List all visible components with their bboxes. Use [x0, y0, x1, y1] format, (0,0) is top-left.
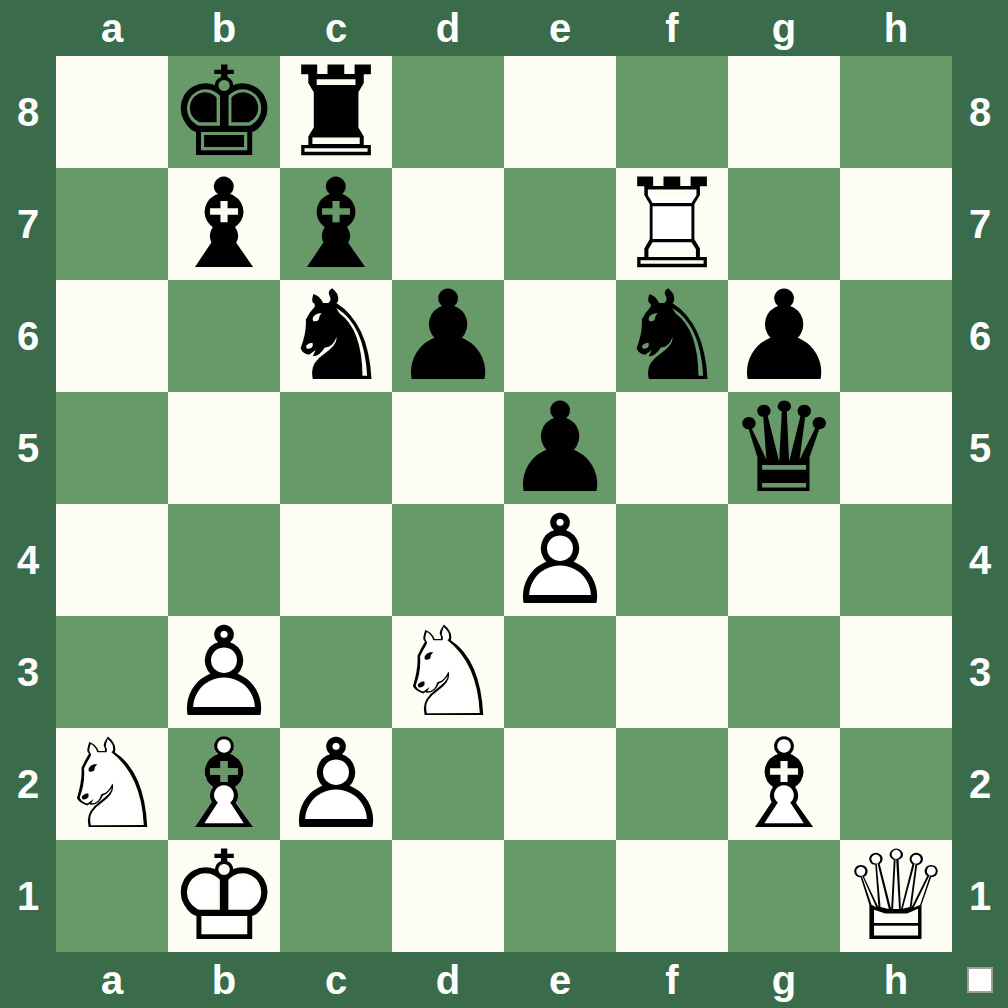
square-h1[interactable]: ♛♕ [840, 840, 952, 952]
white-pawn-fill-glyph: ♟ [280, 722, 392, 846]
white-bishop-outline-glyph: ♗ [168, 722, 280, 846]
square-g3[interactable] [728, 616, 840, 728]
white-bishop-fill-glyph: ♝ [728, 722, 840, 846]
square-g6[interactable]: ♟ [728, 280, 840, 392]
square-b1[interactable]: ♚♔ [168, 840, 280, 952]
square-e2[interactable] [504, 728, 616, 840]
white-pawn-fill-glyph: ♟ [168, 610, 280, 734]
file-label-e-bottom: e [504, 952, 616, 1008]
square-e5[interactable]: ♟ [504, 392, 616, 504]
rank-label-7-left: 7 [0, 168, 56, 280]
file-label-d-top: d [392, 0, 504, 56]
black-pawn-glyph: ♟ [728, 274, 840, 398]
square-g1[interactable] [728, 840, 840, 952]
square-a6[interactable] [56, 280, 168, 392]
square-b6[interactable] [168, 280, 280, 392]
file-label-d-bottom: d [392, 952, 504, 1008]
file-labels-top: abcdefgh [56, 0, 952, 56]
black-rook[interactable]: ♜ [280, 56, 392, 168]
black-rook-glyph: ♜ [280, 50, 392, 174]
square-a3[interactable] [56, 616, 168, 728]
white-bishop[interactable]: ♝♗ [168, 728, 280, 840]
black-queen-glyph: ♛ [728, 386, 840, 510]
white-pawn[interactable]: ♟♙ [280, 728, 392, 840]
square-h3[interactable] [840, 616, 952, 728]
rank-label-6-right: 6 [952, 280, 1008, 392]
white-bishop[interactable]: ♝♗ [728, 728, 840, 840]
black-pawn-glyph: ♟ [392, 274, 504, 398]
file-label-h-top: h [840, 0, 952, 56]
black-pawn[interactable]: ♟ [728, 280, 840, 392]
square-d6[interactable]: ♟ [392, 280, 504, 392]
rank-label-1-left: 1 [0, 840, 56, 952]
black-king-glyph: ♚ [168, 50, 280, 174]
rank-label-3-right: 3 [952, 616, 1008, 728]
white-bishop-fill-glyph: ♝ [168, 722, 280, 846]
square-a1[interactable] [56, 840, 168, 952]
square-d4[interactable] [392, 504, 504, 616]
square-h7[interactable] [840, 168, 952, 280]
file-label-c-top: c [280, 0, 392, 56]
square-f3[interactable] [616, 616, 728, 728]
white-knight[interactable]: ♞♘ [392, 616, 504, 728]
square-f6[interactable]: ♞ [616, 280, 728, 392]
white-knight[interactable]: ♞♘ [56, 728, 168, 840]
rank-label-5-right: 5 [952, 392, 1008, 504]
white-queen[interactable]: ♛♕ [840, 840, 952, 952]
white-pawn-outline-glyph: ♙ [504, 498, 616, 622]
rank-label-8-left: 8 [0, 56, 56, 168]
rank-label-1-right: 1 [952, 840, 1008, 952]
white-queen-fill-glyph: ♛ [840, 834, 952, 958]
file-label-b-top: b [168, 0, 280, 56]
rank-label-4-left: 4 [0, 504, 56, 616]
square-b7[interactable]: ♝ [168, 168, 280, 280]
white-rook-fill-glyph: ♜ [616, 162, 728, 286]
white-pawn-outline-glyph: ♙ [280, 722, 392, 846]
black-knight[interactable]: ♞ [280, 280, 392, 392]
square-d1[interactable] [392, 840, 504, 952]
white-knight-fill-glyph: ♞ [392, 610, 504, 734]
square-h4[interactable] [840, 504, 952, 616]
black-bishop[interactable]: ♝ [280, 168, 392, 280]
white-king[interactable]: ♚♔ [168, 840, 280, 952]
file-label-a-bottom: a [56, 952, 168, 1008]
square-b5[interactable] [168, 392, 280, 504]
square-d7[interactable] [392, 168, 504, 280]
square-h2[interactable] [840, 728, 952, 840]
rank-label-2-left: 2 [0, 728, 56, 840]
square-e4[interactable]: ♟♙ [504, 504, 616, 616]
square-g8[interactable] [728, 56, 840, 168]
square-a8[interactable] [56, 56, 168, 168]
square-d5[interactable] [392, 392, 504, 504]
black-knight[interactable]: ♞ [616, 280, 728, 392]
white-knight-outline-glyph: ♘ [392, 610, 504, 734]
rank-label-5-left: 5 [0, 392, 56, 504]
black-pawn-glyph: ♟ [504, 386, 616, 510]
rank-labels-right: 87654321 [952, 56, 1008, 952]
square-a2[interactable]: ♞♘ [56, 728, 168, 840]
square-c4[interactable] [280, 504, 392, 616]
black-bishop-glyph: ♝ [168, 162, 280, 286]
square-g7[interactable] [728, 168, 840, 280]
file-label-e-top: e [504, 0, 616, 56]
rank-label-7-right: 7 [952, 168, 1008, 280]
square-c6[interactable]: ♞ [280, 280, 392, 392]
white-pawn-fill-glyph: ♟ [504, 498, 616, 622]
square-e1[interactable] [504, 840, 616, 952]
file-label-a-top: a [56, 0, 168, 56]
black-pawn[interactable]: ♟ [392, 280, 504, 392]
square-a5[interactable] [56, 392, 168, 504]
square-f4[interactable] [616, 504, 728, 616]
square-c3[interactable] [280, 616, 392, 728]
file-label-g-top: g [728, 0, 840, 56]
square-g5[interactable]: ♛ [728, 392, 840, 504]
white-queen-outline-glyph: ♕ [840, 834, 952, 958]
black-queen[interactable]: ♛ [728, 392, 840, 504]
rank-labels-left: 87654321 [0, 56, 56, 952]
file-labels-bottom: abcdefgh [56, 952, 952, 1008]
square-g2[interactable]: ♝♗ [728, 728, 840, 840]
file-label-g-bottom: g [728, 952, 840, 1008]
square-b2[interactable]: ♝♗ [168, 728, 280, 840]
white-pawn[interactable]: ♟♙ [168, 616, 280, 728]
square-f2[interactable] [616, 728, 728, 840]
square-f8[interactable] [616, 56, 728, 168]
white-knight-fill-glyph: ♞ [56, 722, 168, 846]
square-h5[interactable] [840, 392, 952, 504]
white-knight-outline-glyph: ♘ [56, 722, 168, 846]
square-d2[interactable] [392, 728, 504, 840]
square-b4[interactable] [168, 504, 280, 616]
rank-label-6-left: 6 [0, 280, 56, 392]
square-e8[interactable] [504, 56, 616, 168]
square-b3[interactable]: ♟♙ [168, 616, 280, 728]
square-c7[interactable]: ♝ [280, 168, 392, 280]
white-pawn[interactable]: ♟♙ [504, 504, 616, 616]
file-label-f-top: f [616, 0, 728, 56]
square-g4[interactable] [728, 504, 840, 616]
square-f5[interactable] [616, 392, 728, 504]
chess-board[interactable]: ♚♜♝♝♜♖♞♟♞♟♟♛♟♙♟♙♞♘♞♘♝♗♟♙♝♗♚♔♛♕ [56, 56, 952, 952]
white-king-outline-glyph: ♔ [168, 834, 280, 958]
black-king[interactable]: ♚ [168, 56, 280, 168]
square-a4[interactable] [56, 504, 168, 616]
black-bishop-glyph: ♝ [280, 162, 392, 286]
rank-label-2-right: 2 [952, 728, 1008, 840]
square-d8[interactable] [392, 56, 504, 168]
white-bishop-outline-glyph: ♗ [728, 722, 840, 846]
rank-label-8-right: 8 [952, 56, 1008, 168]
square-b8[interactable]: ♚ [168, 56, 280, 168]
square-e6[interactable] [504, 280, 616, 392]
white-rook-outline-glyph: ♖ [616, 162, 728, 286]
square-f1[interactable] [616, 840, 728, 952]
square-a7[interactable] [56, 168, 168, 280]
square-h6[interactable] [840, 280, 952, 392]
square-c5[interactable] [280, 392, 392, 504]
white-rook[interactable]: ♜♖ [616, 168, 728, 280]
square-c2[interactable]: ♟♙ [280, 728, 392, 840]
square-c8[interactable]: ♜ [280, 56, 392, 168]
file-label-h-bottom: h [840, 952, 952, 1008]
square-e7[interactable] [504, 168, 616, 280]
black-knight-glyph: ♞ [616, 274, 728, 398]
black-pawn[interactable]: ♟ [504, 392, 616, 504]
file-label-c-bottom: c [280, 952, 392, 1008]
square-h8[interactable] [840, 56, 952, 168]
square-e3[interactable] [504, 616, 616, 728]
black-bishop[interactable]: ♝ [168, 168, 280, 280]
rank-label-3-left: 3 [0, 616, 56, 728]
white-to-move-indicator [967, 967, 993, 993]
square-c1[interactable] [280, 840, 392, 952]
white-pawn-outline-glyph: ♙ [168, 610, 280, 734]
chess-board-frame: abcdefgh 87654321 ♚♜♝♝♜♖♞♟♞♟♟♛♟♙♟♙♞♘♞♘♝♗… [0, 0, 1008, 1008]
square-f7[interactable]: ♜♖ [616, 168, 728, 280]
file-label-f-bottom: f [616, 952, 728, 1008]
black-knight-glyph: ♞ [280, 274, 392, 398]
rank-label-4-right: 4 [952, 504, 1008, 616]
square-d3[interactable]: ♞♘ [392, 616, 504, 728]
file-label-b-bottom: b [168, 952, 280, 1008]
white-king-fill-glyph: ♚ [168, 834, 280, 958]
